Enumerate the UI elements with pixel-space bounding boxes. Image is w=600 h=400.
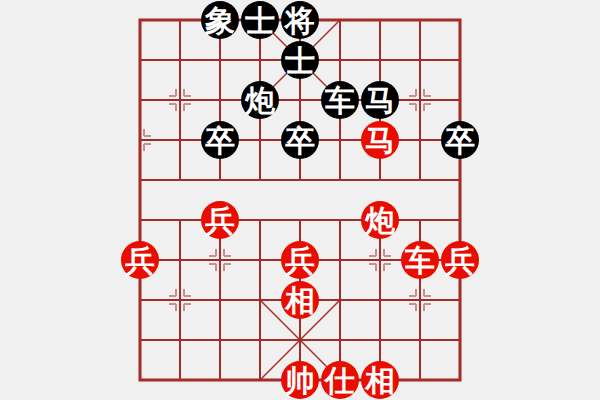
red-soldier[interactable]: 兵 [121, 241, 159, 279]
pieces-layer: 象士将士炮车马卒卒卒马兵炮兵兵车兵相帅仕相 [0, 0, 600, 400]
red-general[interactable]: 帅 [281, 361, 319, 399]
red-elephant[interactable]: 相 [361, 361, 399, 399]
black-chariot[interactable]: 车 [321, 81, 359, 119]
red-soldier[interactable]: 兵 [201, 201, 239, 239]
black-advisor[interactable]: 士 [241, 1, 279, 39]
black-general[interactable]: 将 [281, 1, 319, 39]
black-soldier[interactable]: 卒 [441, 121, 479, 159]
red-horse[interactable]: 马 [361, 121, 399, 159]
black-advisor[interactable]: 士 [281, 41, 319, 79]
black-elephant[interactable]: 象 [201, 1, 239, 39]
black-soldier[interactable]: 卒 [201, 121, 239, 159]
xiangqi-app: 象士将士炮车马卒卒卒马兵炮兵兵车兵相帅仕相 [0, 0, 600, 400]
red-soldier[interactable]: 兵 [441, 241, 479, 279]
red-soldier[interactable]: 兵 [281, 241, 319, 279]
black-cannon[interactable]: 炮 [241, 81, 279, 119]
red-advisor[interactable]: 仕 [321, 361, 359, 399]
black-horse[interactable]: 马 [361, 81, 399, 119]
red-chariot[interactable]: 车 [401, 241, 439, 279]
red-elephant[interactable]: 相 [281, 281, 319, 319]
red-cannon[interactable]: 炮 [361, 201, 399, 239]
black-soldier[interactable]: 卒 [281, 121, 319, 159]
